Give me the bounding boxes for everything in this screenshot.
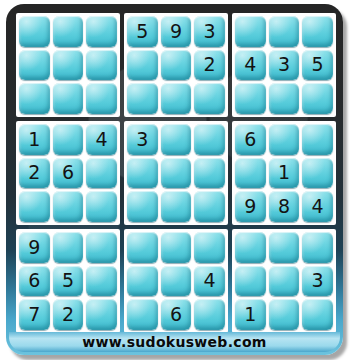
sudoku-board: 59324351426361984965724631 [16,13,336,333]
cell-r1c3[interactable] [86,16,117,47]
cell-r9c1[interactable]: 7 [19,299,50,330]
cell-r1c1[interactable] [19,16,50,47]
website-text: www.sudokusweb.com [82,334,266,350]
box-6: 61984 [232,121,336,225]
cell-r1c7[interactable] [235,16,266,47]
cell-r4c3[interactable]: 4 [86,124,117,155]
cell-r2c6[interactable]: 2 [194,50,225,81]
cell-r7c3[interactable] [86,232,117,263]
cell-r6c9[interactable]: 4 [302,191,333,222]
cell-r2c8[interactable]: 3 [269,50,300,81]
cell-r8c3[interactable] [86,266,117,297]
cell-r3c1[interactable] [19,83,50,114]
cell-r6c2[interactable] [53,191,84,222]
cell-r5c7[interactable] [235,158,266,189]
cell-r2c3[interactable] [86,50,117,81]
cell-r5c6[interactable] [194,158,225,189]
cell-r9c5[interactable]: 6 [161,299,192,330]
cell-r6c4[interactable] [127,191,158,222]
cell-r9c6[interactable] [194,299,225,330]
cell-r5c2[interactable]: 6 [53,158,84,189]
cell-r7c6[interactable] [194,232,225,263]
cell-r6c1[interactable] [19,191,50,222]
cell-r2c4[interactable] [127,50,158,81]
cell-r4c2[interactable] [53,124,84,155]
cell-r8c9[interactable]: 3 [302,266,333,297]
cell-r1c9[interactable] [302,16,333,47]
cell-r3c3[interactable] [86,83,117,114]
cell-r5c9[interactable] [302,158,333,189]
cell-r1c2[interactable] [53,16,84,47]
cell-r1c4[interactable]: 5 [127,16,158,47]
cell-r1c5[interactable]: 9 [161,16,192,47]
cell-r8c2[interactable]: 5 [53,266,84,297]
puzzle-frame: 59324351426361984965724631 www.sudokuswe… [6,4,343,355]
cell-r4c5[interactable] [161,124,192,155]
cell-r6c3[interactable] [86,191,117,222]
cell-r8c5[interactable] [161,266,192,297]
box-8: 46 [124,229,228,333]
cell-r7c5[interactable] [161,232,192,263]
cell-r8c8[interactable] [269,266,300,297]
cell-r7c8[interactable] [269,232,300,263]
cell-r7c1[interactable]: 9 [19,232,50,263]
cell-r8c7[interactable] [235,266,266,297]
cell-r6c8[interactable]: 8 [269,191,300,222]
cell-r4c8[interactable] [269,124,300,155]
cell-r9c2[interactable]: 2 [53,299,84,330]
cell-r3c4[interactable] [127,83,158,114]
box-3: 435 [232,13,336,117]
cell-r4c6[interactable] [194,124,225,155]
cell-r3c9[interactable] [302,83,333,114]
cell-r1c8[interactable] [269,16,300,47]
cell-r8c4[interactable] [127,266,158,297]
box-4: 1426 [16,121,120,225]
cell-r3c8[interactable] [269,83,300,114]
cell-r3c2[interactable] [53,83,84,114]
cell-r5c4[interactable] [127,158,158,189]
cell-r6c7[interactable]: 9 [235,191,266,222]
box-2: 5932 [124,13,228,117]
cell-r9c8[interactable] [269,299,300,330]
cell-r1c6[interactable]: 3 [194,16,225,47]
cell-r2c9[interactable]: 5 [302,50,333,81]
cell-r6c6[interactable] [194,191,225,222]
box-1 [16,13,120,117]
cell-r3c6[interactable] [194,83,225,114]
cell-r7c7[interactable] [235,232,266,263]
cell-r5c8[interactable]: 1 [269,158,300,189]
cell-r4c7[interactable]: 6 [235,124,266,155]
cell-r5c1[interactable]: 2 [19,158,50,189]
box-5: 3 [124,121,228,225]
cell-r9c3[interactable] [86,299,117,330]
box-7: 96572 [16,229,120,333]
cell-r8c6[interactable]: 4 [194,266,225,297]
cell-r6c5[interactable] [161,191,192,222]
cell-r3c7[interactable] [235,83,266,114]
cell-r2c1[interactable] [19,50,50,81]
cell-r9c7[interactable]: 1 [235,299,266,330]
cell-r7c2[interactable] [53,232,84,263]
cell-r9c9[interactable] [302,299,333,330]
cell-r5c5[interactable] [161,158,192,189]
cell-r3c5[interactable] [161,83,192,114]
cell-r2c5[interactable] [161,50,192,81]
page: 59324351426361984965724631 www.sudokuswe… [0,0,350,360]
cell-r4c1[interactable]: 1 [19,124,50,155]
cell-r2c2[interactable] [53,50,84,81]
footer-bar: www.sudokusweb.com [9,332,340,352]
cell-r4c4[interactable]: 3 [127,124,158,155]
cell-r7c9[interactable] [302,232,333,263]
cell-r7c4[interactable] [127,232,158,263]
cell-r5c3[interactable] [86,158,117,189]
cell-r8c1[interactable]: 6 [19,266,50,297]
box-9: 31 [232,229,336,333]
cell-r2c7[interactable]: 4 [235,50,266,81]
cell-r9c4[interactable] [127,299,158,330]
cell-r4c9[interactable] [302,124,333,155]
